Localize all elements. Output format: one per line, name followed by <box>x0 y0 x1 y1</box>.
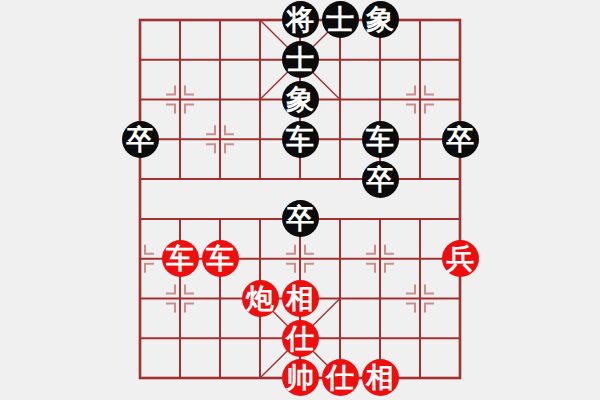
piece-red-advisor[interactable]: 仕 <box>322 359 359 396</box>
piece-red-cannon[interactable]: 炮 <box>242 280 279 317</box>
piece-red-chariot[interactable]: 车 <box>162 240 199 277</box>
piece-red-chariot[interactable]: 车 <box>202 240 239 277</box>
piece-red-soldier[interactable]: 兵 <box>442 240 479 277</box>
piece-black-soldier[interactable]: 卒 <box>282 200 319 237</box>
piece-black-general[interactable]: 将 <box>282 1 319 38</box>
piece-black-advisor[interactable]: 士 <box>282 41 319 78</box>
piece-black-elephant[interactable]: 象 <box>282 81 319 118</box>
piece-red-king[interactable]: 帅 <box>282 359 319 396</box>
piece-black-elephant[interactable]: 象 <box>362 1 399 38</box>
piece-grid: 将士象士象卒车车卒卒卒车车兵炮相仕帅仕相 <box>120 0 480 398</box>
piece-black-chariot[interactable]: 车 <box>362 121 399 158</box>
piece-black-advisor[interactable]: 士 <box>322 1 359 38</box>
piece-black-chariot[interactable]: 车 <box>282 121 319 158</box>
xiangqi-board: 将士象士象卒车车卒卒卒车车兵炮相仕帅仕相 <box>0 0 600 400</box>
piece-red-elephant[interactable]: 相 <box>282 280 319 317</box>
piece-black-soldier[interactable]: 卒 <box>122 121 159 158</box>
piece-red-advisor[interactable]: 仕 <box>282 320 319 357</box>
piece-red-elephant[interactable]: 相 <box>362 359 399 396</box>
piece-black-soldier[interactable]: 卒 <box>442 121 479 158</box>
piece-black-soldier[interactable]: 卒 <box>362 161 399 198</box>
